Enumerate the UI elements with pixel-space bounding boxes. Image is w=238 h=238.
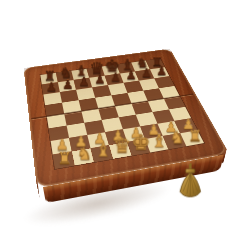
white-rook: ♜	[186, 128, 205, 143]
black-rook: ♜	[149, 55, 164, 68]
brass-clasp	[178, 163, 203, 199]
black-knight: ♞	[58, 67, 74, 81]
square-d6	[92, 85, 111, 98]
square-f2: ♟	[140, 124, 162, 139]
square-a8: ♜	[40, 73, 58, 85]
square-c1: ♝	[91, 145, 113, 162]
square-h5	[159, 86, 180, 99]
black-rook: ♜	[42, 70, 58, 83]
square-h3	[169, 107, 191, 121]
product-photo-chess-set: ♜♞♝♛♚♝♞♜♟♟♟♟♟♟♟♟♟♟♟♟♟♟♟♟♜♞♝♛♚♝♞♜	[0, 0, 238, 238]
white-pawn: ♟	[179, 117, 197, 131]
wooden-chess-box: ♜♞♝♛♚♝♞♜♟♟♟♟♟♟♟♟♟♟♟♟♟♟♟♟♜♞♝♛♚♝♞♜	[24, 49, 229, 189]
square-f1: ♝	[145, 136, 168, 152]
square-a1: ♜	[53, 151, 75, 169]
scene: ♜♞♝♛♚♝♞♜♟♟♟♟♟♟♟♟♟♟♟♟♟♟♟♟♜♞♝♛♚♝♞♜	[0, 0, 238, 238]
square-d1: ♛	[109, 142, 132, 159]
